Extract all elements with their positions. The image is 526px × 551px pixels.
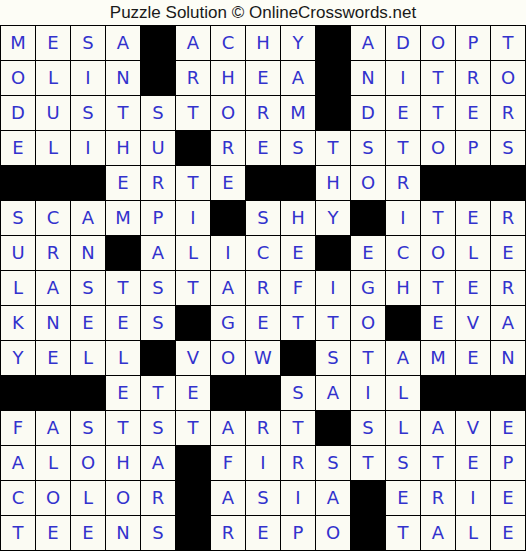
block-cell-r6c7 <box>211 201 245 235</box>
letter-cell-r10c4: L <box>106 341 140 375</box>
letter-cell-r9c14: V <box>456 306 490 340</box>
letter-cell-r15c3: E <box>71 516 105 550</box>
block-cell-r15c6 <box>176 516 210 550</box>
letter-cell-r6c3: A <box>71 201 105 235</box>
letter-cell-r8c1: L <box>1 271 35 305</box>
letter-cell-r4c15: S <box>491 131 525 165</box>
letter-cell-r5c10: H <box>316 166 350 200</box>
block-cell-r3c10 <box>316 96 350 130</box>
letter-cell-r2c14: R <box>456 61 490 95</box>
letter-cell-r3c5: S <box>141 96 175 130</box>
letter-cell-r3c13: T <box>421 96 455 130</box>
block-cell-r5c8 <box>246 166 280 200</box>
block-cell-r15c11 <box>351 516 385 550</box>
letter-cell-r7c7: I <box>211 236 245 270</box>
letter-cell-r8c13: T <box>421 271 455 305</box>
letter-cell-r14c15: E <box>491 481 525 515</box>
letter-cell-r6c15: R <box>491 201 525 235</box>
letter-cell-r9c7: G <box>211 306 245 340</box>
letter-cell-r13c11: T <box>351 446 385 480</box>
letter-cell-r9c9: T <box>281 306 315 340</box>
letter-cell-r12c9: T <box>281 411 315 445</box>
letter-cell-r14c13: R <box>421 481 455 515</box>
letter-cell-r8c3: S <box>71 271 105 305</box>
letter-cell-r6c14: E <box>456 201 490 235</box>
letter-cell-r8c2: A <box>36 271 70 305</box>
letter-cell-r12c4: T <box>106 411 140 445</box>
block-cell-r9c12 <box>386 306 420 340</box>
title-bar: Puzzle Solution © OnlineCrosswords.net <box>0 0 526 25</box>
block-cell-r14c6 <box>176 481 210 515</box>
letter-cell-r4c3: I <box>71 131 105 165</box>
letter-cell-r8c7: A <box>211 271 245 305</box>
letter-cell-r9c15: A <box>491 306 525 340</box>
letter-cell-r3c14: E <box>456 96 490 130</box>
letter-cell-r7c8: C <box>246 236 280 270</box>
letter-cell-r1c11: A <box>351 26 385 60</box>
letter-cell-r3c1: D <box>1 96 35 130</box>
letter-cell-r14c2: O <box>36 481 70 515</box>
letter-cell-r4c5: U <box>141 131 175 165</box>
letter-cell-r2c9: A <box>281 61 315 95</box>
letter-cell-r6c2: C <box>36 201 70 235</box>
letter-cell-r14c4: O <box>106 481 140 515</box>
letter-cell-r11c11: I <box>351 376 385 410</box>
letter-cell-r9c1: K <box>1 306 35 340</box>
letter-cell-r10c3: L <box>71 341 105 375</box>
block-cell-r4c6 <box>176 131 210 165</box>
block-cell-r11c13 <box>421 376 455 410</box>
letter-cell-r3c3: S <box>71 96 105 130</box>
letter-cell-r4c1: E <box>1 131 35 165</box>
letter-cell-r10c10: S <box>316 341 350 375</box>
letter-cell-r7c9: E <box>281 236 315 270</box>
letter-cell-r13c9: R <box>281 446 315 480</box>
letter-cell-r14c14: I <box>456 481 490 515</box>
letter-cell-r4c12: T <box>386 131 420 165</box>
letter-cell-r9c3: E <box>71 306 105 340</box>
letter-cell-r7c14: L <box>456 236 490 270</box>
letter-cell-r9c4: E <box>106 306 140 340</box>
letter-cell-r5c6: T <box>176 166 210 200</box>
letter-cell-r1c6: A <box>176 26 210 60</box>
letter-cell-r6c9: H <box>281 201 315 235</box>
letter-cell-r15c9: P <box>281 516 315 550</box>
letter-cell-r1c12: D <box>386 26 420 60</box>
letter-cell-r2c4: N <box>106 61 140 95</box>
letter-cell-r11c10: A <box>316 376 350 410</box>
block-cell-r11c2 <box>36 376 70 410</box>
letter-cell-r4c9: S <box>281 131 315 165</box>
block-cell-r5c9 <box>281 166 315 200</box>
letter-cell-r12c1: F <box>1 411 35 445</box>
letter-cell-r10c11: T <box>351 341 385 375</box>
letter-cell-r2c1: O <box>1 61 35 95</box>
letter-cell-r1c3: S <box>71 26 105 60</box>
block-cell-r2c5 <box>141 61 175 95</box>
letter-cell-r13c15: P <box>491 446 525 480</box>
letter-cell-r15c7: R <box>211 516 245 550</box>
block-cell-r9c6 <box>176 306 210 340</box>
letter-cell-r9c11: O <box>351 306 385 340</box>
letter-cell-r14c7: A <box>211 481 245 515</box>
letter-cell-r7c5: A <box>141 236 175 270</box>
letter-cell-r10c2: E <box>36 341 70 375</box>
letter-cell-r1c4: A <box>106 26 140 60</box>
letter-cell-r10c6: V <box>176 341 210 375</box>
block-cell-r14c11 <box>351 481 385 515</box>
letter-cell-r4c13: O <box>421 131 455 165</box>
letter-cell-r12c6: T <box>176 411 210 445</box>
letter-cell-r10c13: M <box>421 341 455 375</box>
letter-cell-r9c13: E <box>421 306 455 340</box>
block-cell-r11c1 <box>1 376 35 410</box>
letter-cell-r9c10: T <box>316 306 350 340</box>
letter-cell-r12c11: S <box>351 411 385 445</box>
letter-cell-r3c4: T <box>106 96 140 130</box>
letter-cell-r13c10: S <box>316 446 350 480</box>
block-cell-r5c3 <box>71 166 105 200</box>
letter-cell-r14c12: E <box>386 481 420 515</box>
letter-cell-r8c10: I <box>316 271 350 305</box>
block-cell-r11c14 <box>456 376 490 410</box>
letter-cell-r2c2: L <box>36 61 70 95</box>
letter-cell-r13c7: F <box>211 446 245 480</box>
letter-cell-r1c8: H <box>246 26 280 60</box>
letter-cell-r2c12: I <box>386 61 420 95</box>
letter-cell-r15c5: S <box>141 516 175 550</box>
letter-cell-r6c6: I <box>176 201 210 235</box>
letter-cell-r10c8: W <box>246 341 280 375</box>
letter-cell-r4c11: S <box>351 131 385 165</box>
letter-cell-r12c3: S <box>71 411 105 445</box>
letter-cell-r9c8: E <box>246 306 280 340</box>
letter-cell-r4c8: E <box>246 131 280 165</box>
crossword-grid: MESAACHYADOPTOLINRHEANITRODUSTSTORMDETER… <box>0 25 526 551</box>
letter-cell-r3c11: D <box>351 96 385 130</box>
letter-cell-r1c7: C <box>211 26 245 60</box>
block-cell-r2c10 <box>316 61 350 95</box>
letter-cell-r13c12: S <box>386 446 420 480</box>
letter-cell-r15c1: T <box>1 516 35 550</box>
letter-cell-r8c15: R <box>491 271 525 305</box>
letter-cell-r9c2: N <box>36 306 70 340</box>
puzzle-solution-page: Puzzle Solution © OnlineCrosswords.net M… <box>0 0 526 551</box>
letter-cell-r7c1: U <box>1 236 35 270</box>
block-cell-r1c10 <box>316 26 350 60</box>
block-cell-r11c3 <box>71 376 105 410</box>
letter-cell-r6c13: T <box>421 201 455 235</box>
letter-cell-r8c6: T <box>176 271 210 305</box>
letter-cell-r6c10: Y <box>316 201 350 235</box>
block-cell-r11c8 <box>246 376 280 410</box>
letter-cell-r15c15: E <box>491 516 525 550</box>
block-cell-r12c10 <box>316 411 350 445</box>
letter-cell-r7c2: R <box>36 236 70 270</box>
letter-cell-r8c5: S <box>141 271 175 305</box>
block-cell-r10c5 <box>141 341 175 375</box>
letter-cell-r7c13: O <box>421 236 455 270</box>
letter-cell-r1c9: Y <box>281 26 315 60</box>
letter-cell-r4c10: T <box>316 131 350 165</box>
block-cell-r7c4 <box>106 236 140 270</box>
letter-cell-r13c1: A <box>1 446 35 480</box>
letter-cell-r12c8: R <box>246 411 280 445</box>
block-cell-r5c14 <box>456 166 490 200</box>
letter-cell-r12c15: E <box>491 411 525 445</box>
letter-cell-r12c7: A <box>211 411 245 445</box>
letter-cell-r7c11: E <box>351 236 385 270</box>
letter-cell-r3c15: R <box>491 96 525 130</box>
letter-cell-r12c2: A <box>36 411 70 445</box>
letter-cell-r12c13: A <box>421 411 455 445</box>
letter-cell-r6c1: S <box>1 201 35 235</box>
letter-cell-r2c15: O <box>491 61 525 95</box>
block-cell-r5c1 <box>1 166 35 200</box>
letter-cell-r15c4: N <box>106 516 140 550</box>
block-cell-r11c15 <box>491 376 525 410</box>
letter-cell-r10c7: O <box>211 341 245 375</box>
letter-cell-r10c12: A <box>386 341 420 375</box>
letter-cell-r12c14: V <box>456 411 490 445</box>
letter-cell-r10c15: N <box>491 341 525 375</box>
letter-cell-r15c10: O <box>316 516 350 550</box>
page-title: Puzzle Solution © OnlineCrosswords.net <box>110 3 416 23</box>
letter-cell-r4c2: L <box>36 131 70 165</box>
letter-cell-r15c8: E <box>246 516 280 550</box>
letter-cell-r11c4: E <box>106 376 140 410</box>
letter-cell-r14c3: L <box>71 481 105 515</box>
block-cell-r10c9 <box>281 341 315 375</box>
letter-cell-r2c8: E <box>246 61 280 95</box>
letter-cell-r2c11: N <box>351 61 385 95</box>
letter-cell-r3c7: O <box>211 96 245 130</box>
letter-cell-r13c3: O <box>71 446 105 480</box>
block-cell-r5c15 <box>491 166 525 200</box>
letter-cell-r11c5: T <box>141 376 175 410</box>
letter-cell-r7c12: C <box>386 236 420 270</box>
letter-cell-r4c4: H <box>106 131 140 165</box>
letter-cell-r11c6: E <box>176 376 210 410</box>
block-cell-r13c6 <box>176 446 210 480</box>
letter-cell-r3c12: E <box>386 96 420 130</box>
letter-cell-r8c11: G <box>351 271 385 305</box>
letter-cell-r6c4: M <box>106 201 140 235</box>
letter-cell-r13c2: L <box>36 446 70 480</box>
letter-cell-r6c5: P <box>141 201 175 235</box>
letter-cell-r15c14: L <box>456 516 490 550</box>
block-cell-r11c7 <box>211 376 245 410</box>
letter-cell-r14c8: S <box>246 481 280 515</box>
letter-cell-r10c1: Y <box>1 341 35 375</box>
letter-cell-r3c8: R <box>246 96 280 130</box>
letter-cell-r1c14: P <box>456 26 490 60</box>
letter-cell-r8c4: T <box>106 271 140 305</box>
letter-cell-r13c14: E <box>456 446 490 480</box>
letter-cell-r12c12: L <box>386 411 420 445</box>
letter-cell-r1c15: T <box>491 26 525 60</box>
letter-cell-r7c6: L <box>176 236 210 270</box>
letter-cell-r8c9: F <box>281 271 315 305</box>
letter-cell-r13c8: I <box>246 446 280 480</box>
letter-cell-r2c3: I <box>71 61 105 95</box>
letter-cell-r1c1: M <box>1 26 35 60</box>
letter-cell-r2c6: R <box>176 61 210 95</box>
letter-cell-r6c8: S <box>246 201 280 235</box>
letter-cell-r7c3: N <box>71 236 105 270</box>
block-cell-r6c11 <box>351 201 385 235</box>
letter-cell-r6c12: I <box>386 201 420 235</box>
letter-cell-r5c11: O <box>351 166 385 200</box>
letter-cell-r11c12: L <box>386 376 420 410</box>
letter-cell-r1c13: O <box>421 26 455 60</box>
letter-cell-r15c13: A <box>421 516 455 550</box>
letter-cell-r10c14: E <box>456 341 490 375</box>
letter-cell-r2c7: H <box>211 61 245 95</box>
letter-cell-r14c1: C <box>1 481 35 515</box>
letter-cell-r13c4: H <box>106 446 140 480</box>
letter-cell-r4c14: P <box>456 131 490 165</box>
block-cell-r5c13 <box>421 166 455 200</box>
letter-cell-r9c5: S <box>141 306 175 340</box>
letter-cell-r8c12: H <box>386 271 420 305</box>
letter-cell-r14c5: R <box>141 481 175 515</box>
letter-cell-r8c14: E <box>456 271 490 305</box>
letter-cell-r12c5: S <box>141 411 175 445</box>
letter-cell-r4c7: R <box>211 131 245 165</box>
block-cell-r7c10 <box>316 236 350 270</box>
letter-cell-r8c8: R <box>246 271 280 305</box>
letter-cell-r13c5: A <box>141 446 175 480</box>
letter-cell-r11c9: S <box>281 376 315 410</box>
block-cell-r5c2 <box>36 166 70 200</box>
letter-cell-r13c13: T <box>421 446 455 480</box>
letter-cell-r5c4: E <box>106 166 140 200</box>
letter-cell-r7c15: E <box>491 236 525 270</box>
letter-cell-r14c10: A <box>316 481 350 515</box>
letter-cell-r5c12: R <box>386 166 420 200</box>
letter-cell-r3c9: M <box>281 96 315 130</box>
letter-cell-r15c12: T <box>386 516 420 550</box>
letter-cell-r2c13: T <box>421 61 455 95</box>
letter-cell-r5c5: R <box>141 166 175 200</box>
letter-cell-r5c7: E <box>211 166 245 200</box>
letter-cell-r15c2: E <box>36 516 70 550</box>
letter-cell-r14c9: I <box>281 481 315 515</box>
letter-cell-r3c2: U <box>36 96 70 130</box>
block-cell-r1c5 <box>141 26 175 60</box>
letter-cell-r3c6: T <box>176 96 210 130</box>
letter-cell-r1c2: E <box>36 26 70 60</box>
